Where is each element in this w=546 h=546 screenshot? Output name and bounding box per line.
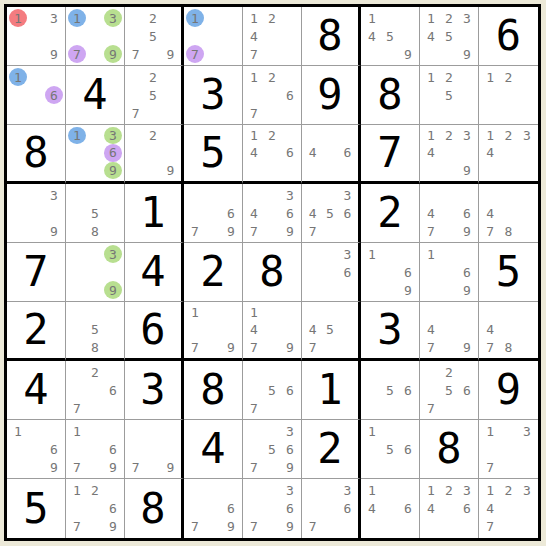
cell-r1c1[interactable]: 139 <box>7 7 66 66</box>
candidate-3 <box>104 304 122 321</box>
candidate-grid: 1369 <box>66 125 124 181</box>
candidate-grid: 267 <box>66 361 124 419</box>
candidate-9: 9 <box>104 518 122 536</box>
cell-r6c4[interactable]: 179 <box>184 302 243 361</box>
cell-r5c1[interactable]: 7 <box>7 243 66 302</box>
cell-r6c3[interactable]: 6 <box>125 302 184 361</box>
cell-r9c8[interactable]: 12346 <box>420 479 479 538</box>
candidate-6 <box>45 27 63 45</box>
candidate-1-highlight-blue: 1 <box>186 9 204 27</box>
candidate-3: 3 <box>45 9 63 27</box>
candidate-8 <box>499 518 517 536</box>
cell-r9c3[interactable]: 8 <box>125 479 184 538</box>
candidate-6: 6 <box>281 144 299 161</box>
cell-r2c5[interactable]: 1267 <box>243 66 302 125</box>
candidate-6: 6 <box>281 381 299 399</box>
candidate-grid: 39 <box>66 243 124 301</box>
candidate-5 <box>321 263 338 281</box>
candidate-7: 7 <box>245 399 263 417</box>
cell-r4c7[interactable]: 2 <box>361 184 420 243</box>
candidate-9: 9 <box>45 222 63 240</box>
cell-r6c2[interactable]: 58 <box>66 302 125 361</box>
cell-r9c5[interactable]: 3679 <box>243 479 302 538</box>
candidate-4 <box>186 321 204 338</box>
cell-r1c3[interactable]: 2579 <box>125 7 184 66</box>
cell-r7c6[interactable]: 1 <box>302 361 361 420</box>
candidate-5 <box>499 204 517 222</box>
candidate-6 <box>104 27 122 45</box>
candidate-5 <box>86 499 104 517</box>
candidate-4: 4 <box>481 144 499 161</box>
candidate-3: 3 <box>518 481 536 499</box>
cell-r8c3[interactable]: 79 <box>125 420 184 479</box>
cell-r2c6[interactable]: 9 <box>302 66 361 125</box>
candidate-9: 9 <box>399 281 417 299</box>
candidate-9: 9 <box>281 518 299 536</box>
candidate-5 <box>204 321 222 338</box>
candidate-8 <box>263 458 281 476</box>
cell-r3c6[interactable]: 46 <box>302 125 361 184</box>
candidate-4 <box>186 499 204 517</box>
candidate-grid: 1459 <box>361 7 419 65</box>
candidate-9 <box>518 518 536 536</box>
candidate-grid: 137 <box>479 420 538 478</box>
cell-r2c1[interactable]: 16 <box>7 66 66 125</box>
candidate-4: 4 <box>363 499 381 517</box>
candidate-4 <box>363 263 381 281</box>
candidate-9: 9 <box>222 222 240 240</box>
cell-r3c1[interactable]: 8 <box>7 125 66 184</box>
cell-r4c3[interactable]: 1 <box>125 184 184 243</box>
candidate-8 <box>86 45 104 63</box>
candidate-2 <box>86 245 104 263</box>
cell-r8c8[interactable]: 8 <box>420 420 479 479</box>
cell-r9c6[interactable]: 367 <box>302 479 361 538</box>
solved-digit: 8 <box>377 74 402 116</box>
candidate-5 <box>263 499 281 517</box>
candidate-6 <box>162 27 179 45</box>
candidate-4: 4 <box>245 27 263 45</box>
candidate-7: 7 <box>127 104 144 122</box>
cell-r6c9[interactable]: 478 <box>479 302 538 361</box>
candidate-8 <box>144 458 161 476</box>
candidate-7 <box>9 45 27 63</box>
candidate-1 <box>304 186 321 204</box>
cell-r8c4[interactable]: 4 <box>184 420 243 479</box>
candidate-5 <box>86 263 104 281</box>
solved-digit: 2 <box>377 192 402 234</box>
cell-r3c7[interactable]: 7 <box>361 125 420 184</box>
candidate-9: 9 <box>458 339 476 356</box>
cell-r1c2[interactable]: 1379 <box>66 7 125 66</box>
cell-r3c4[interactable]: 5 <box>184 125 243 184</box>
candidate-1: 1 <box>245 9 263 27</box>
cell-r4c9[interactable]: 478 <box>479 184 538 243</box>
cell-r8c2[interactable]: 1679 <box>66 420 125 479</box>
candidate-9 <box>281 45 299 63</box>
candidate-1: 1 <box>422 481 440 499</box>
candidate-5 <box>204 204 222 222</box>
candidate-5 <box>499 440 517 458</box>
cell-r3c2[interactable]: 1369 <box>66 125 125 184</box>
candidate-5 <box>144 144 161 161</box>
cell-r3c8[interactable]: 12349 <box>420 125 479 184</box>
candidate-2: 2 <box>144 127 161 144</box>
candidate-9 <box>104 222 122 240</box>
candidate-grid: 1679 <box>66 420 124 478</box>
candidate-2: 2 <box>440 481 458 499</box>
candidate-8 <box>440 104 458 122</box>
candidate-3 <box>458 68 476 86</box>
cell-r8c5[interactable]: 35679 <box>243 420 302 479</box>
candidate-4: 4 <box>245 204 263 222</box>
candidate-3 <box>458 363 476 381</box>
candidate-6 <box>518 321 536 338</box>
candidate-4 <box>68 263 86 281</box>
candidate-grid: 679 <box>184 184 242 242</box>
candidate-7 <box>363 45 381 63</box>
cell-r1c8[interactable]: 123459 <box>420 7 479 66</box>
candidate-1 <box>68 186 86 204</box>
solved-digit: 9 <box>496 369 521 411</box>
cell-r2c8[interactable]: 125 <box>420 66 479 125</box>
cell-r5c5[interactable]: 8 <box>243 243 302 302</box>
candidate-3 <box>399 9 417 27</box>
candidate-4 <box>68 321 86 338</box>
candidate-grid: 169 <box>420 243 478 301</box>
candidate-9 <box>399 518 417 536</box>
candidate-7: 7 <box>127 458 144 476</box>
candidate-2: 2 <box>499 127 517 144</box>
cell-r1c4[interactable]: 17 <box>184 7 243 66</box>
candidate-grid: 56 <box>361 361 419 419</box>
candidate-4 <box>422 86 440 104</box>
candidate-9: 9 <box>45 458 63 476</box>
candidate-3 <box>339 304 356 321</box>
candidate-2 <box>440 245 458 263</box>
candidate-9-highlight-green: 9 <box>104 281 122 299</box>
cell-r6c7[interactable]: 3 <box>361 302 420 361</box>
candidate-3 <box>222 9 240 27</box>
cell-r5c2[interactable]: 39 <box>66 243 125 302</box>
candidate-6 <box>518 204 536 222</box>
candidate-8 <box>440 399 458 417</box>
candidate-6 <box>281 321 299 338</box>
candidate-grid: 36 <box>302 243 358 301</box>
candidate-7: 7 <box>245 104 263 122</box>
candidate-5 <box>86 440 104 458</box>
candidate-7 <box>363 518 381 536</box>
cell-r8c1[interactable]: 169 <box>7 420 66 479</box>
cell-r9c2[interactable]: 12679 <box>66 479 125 538</box>
candidate-2 <box>499 186 517 204</box>
candidate-7: 7 <box>245 222 263 240</box>
candidate-7: 7 <box>304 518 321 536</box>
candidate-3 <box>518 186 536 204</box>
solved-digit: 5 <box>23 488 48 530</box>
candidate-9: 9 <box>458 162 476 179</box>
candidate-4 <box>68 381 86 399</box>
cell-r4c2[interactable]: 58 <box>66 184 125 243</box>
cell-r8c6[interactable]: 2 <box>302 420 361 479</box>
candidate-7: 7 <box>68 399 86 417</box>
candidate-5 <box>27 27 45 45</box>
cell-r7c7[interactable]: 56 <box>361 361 420 420</box>
cell-r6c6[interactable]: 457 <box>302 302 361 361</box>
cell-r7c9[interactable]: 9 <box>479 361 538 420</box>
candidate-3: 3 <box>458 481 476 499</box>
candidate-8 <box>27 104 45 122</box>
cell-r8c7[interactable]: 156 <box>361 420 420 479</box>
candidate-4 <box>186 27 204 45</box>
candidate-6: 6 <box>399 440 417 458</box>
candidate-4 <box>422 381 440 399</box>
candidate-5 <box>263 204 281 222</box>
candidate-1: 1 <box>245 68 263 86</box>
cell-r5c8[interactable]: 169 <box>420 243 479 302</box>
cell-r4c4[interactable]: 679 <box>184 184 243 243</box>
candidate-5 <box>499 321 517 338</box>
candidate-9 <box>104 399 122 417</box>
solved-digit: 4 <box>200 428 225 470</box>
candidate-3: 3 <box>339 186 356 204</box>
candidate-3 <box>104 481 122 499</box>
candidate-grid: 478 <box>479 184 538 242</box>
cell-r9c9[interactable]: 12347 <box>479 479 538 538</box>
candidate-5: 5 <box>321 321 338 338</box>
candidate-1 <box>186 186 204 204</box>
cell-r7c1[interactable]: 4 <box>7 361 66 420</box>
candidate-3 <box>518 68 536 86</box>
solved-digit: 7 <box>377 132 402 174</box>
solved-digit: 4 <box>82 74 107 116</box>
candidate-1 <box>481 304 499 321</box>
cell-r7c3[interactable]: 3 <box>125 361 184 420</box>
cell-r5c9[interactable]: 5 <box>479 243 538 302</box>
cell-r9c7[interactable]: 146 <box>361 479 420 538</box>
cell-r2c4[interactable]: 3 <box>184 66 243 125</box>
cell-r5c3[interactable]: 4 <box>125 243 184 302</box>
candidate-1: 1 <box>68 481 86 499</box>
candidate-grid: 567 <box>243 361 301 419</box>
candidate-grid: 58 <box>66 184 124 242</box>
candidate-9 <box>104 339 122 356</box>
candidate-6 <box>281 27 299 45</box>
candidate-5: 5 <box>263 440 281 458</box>
candidate-grid: 17 <box>184 7 242 65</box>
cell-r4c5[interactable]: 34679 <box>243 184 302 243</box>
candidate-3: 3 <box>518 422 536 440</box>
candidate-7: 7 <box>68 458 86 476</box>
candidate-grid: 139 <box>7 7 65 65</box>
candidate-6: 6 <box>104 499 122 517</box>
candidate-6 <box>518 144 536 161</box>
candidate-7: 7 <box>422 399 440 417</box>
cell-r9c1[interactable]: 5 <box>7 479 66 538</box>
cell-r5c7[interactable]: 169 <box>361 243 420 302</box>
cell-r6c1[interactable]: 2 <box>7 302 66 361</box>
cell-r9c4[interactable]: 679 <box>184 479 243 538</box>
candidate-2: 2 <box>263 127 281 144</box>
candidate-6 <box>518 499 536 517</box>
candidate-2 <box>321 245 338 263</box>
candidate-5 <box>440 144 458 161</box>
candidate-9: 9 <box>458 45 476 63</box>
candidate-1 <box>245 363 263 381</box>
candidate-3 <box>104 422 122 440</box>
candidate-2: 2 <box>499 68 517 86</box>
candidate-7 <box>9 222 27 240</box>
candidate-5 <box>144 440 161 458</box>
candidate-1 <box>68 363 86 381</box>
candidate-3: 3 <box>339 245 356 263</box>
candidate-2 <box>263 304 281 321</box>
cell-r8c9[interactable]: 137 <box>479 420 538 479</box>
cell-r2c3[interactable]: 257 <box>125 66 184 125</box>
candidate-8 <box>27 45 45 63</box>
candidate-grid: 16 <box>7 66 65 124</box>
candidate-9 <box>458 518 476 536</box>
candidate-9 <box>518 339 536 356</box>
candidate-5 <box>499 144 517 161</box>
candidate-7 <box>68 281 86 299</box>
cell-r6c5[interactable]: 1479 <box>243 302 302 361</box>
candidate-6-highlight-purple: 6 <box>104 144 122 161</box>
candidate-grid: 125 <box>420 66 478 124</box>
candidate-2 <box>204 304 222 321</box>
candidate-4 <box>68 204 86 222</box>
candidate-3: 3 <box>458 9 476 27</box>
candidate-3 <box>339 127 356 144</box>
cell-r6c8[interactable]: 479 <box>420 302 479 361</box>
candidate-9: 9 <box>399 45 417 63</box>
candidate-6: 6 <box>222 499 240 517</box>
cell-r2c9[interactable]: 12 <box>479 66 538 125</box>
cell-r3c3[interactable]: 29 <box>125 125 184 184</box>
candidate-9: 9 <box>458 222 476 240</box>
candidate-7: 7 <box>68 518 86 536</box>
candidate-4 <box>127 86 144 104</box>
candidate-2 <box>321 304 338 321</box>
cell-r5c6[interactable]: 36 <box>302 243 361 302</box>
candidate-9 <box>281 162 299 179</box>
cell-r1c5[interactable]: 1247 <box>243 7 302 66</box>
cell-r4c6[interactable]: 34567 <box>302 184 361 243</box>
solved-digit: 5 <box>496 251 521 293</box>
candidate-8 <box>204 222 222 240</box>
candidate-1 <box>186 481 204 499</box>
candidate-6: 6 <box>104 381 122 399</box>
candidate-4: 4 <box>422 499 440 517</box>
candidate-1-highlight-blue: 1 <box>68 127 86 144</box>
candidate-3 <box>518 304 536 321</box>
candidate-5 <box>86 27 104 45</box>
solved-digit: 7 <box>23 251 48 293</box>
candidate-4 <box>68 499 86 517</box>
cell-r7c2[interactable]: 267 <box>66 361 125 420</box>
candidate-7 <box>422 104 440 122</box>
candidate-5: 5 <box>86 204 104 222</box>
cell-r3c9[interactable]: 1234 <box>479 125 538 184</box>
candidate-5 <box>263 86 281 104</box>
candidate-7-highlight-purple: 7 <box>186 45 204 63</box>
candidate-6: 6 <box>45 440 63 458</box>
candidate-9: 9 <box>162 458 179 476</box>
candidate-7 <box>422 162 440 179</box>
candidate-1 <box>481 186 499 204</box>
cell-r4c1[interactable]: 39 <box>7 184 66 243</box>
candidate-6 <box>104 263 122 281</box>
candidate-3 <box>399 245 417 263</box>
candidate-5: 5 <box>263 381 281 399</box>
candidate-8 <box>499 104 517 122</box>
candidate-5: 5 <box>440 27 458 45</box>
candidate-2 <box>381 422 399 440</box>
candidate-8 <box>86 399 104 417</box>
candidate-2: 2 <box>86 481 104 499</box>
cell-r3c5[interactable]: 1246 <box>243 125 302 184</box>
candidate-1: 1 <box>363 422 381 440</box>
candidate-2 <box>27 68 45 86</box>
candidate-3 <box>281 127 299 144</box>
cell-r1c7[interactable]: 1459 <box>361 7 420 66</box>
candidate-1 <box>127 127 144 144</box>
candidate-grid: 35679 <box>243 420 301 478</box>
candidate-2 <box>86 9 104 27</box>
solved-digit: 8 <box>140 488 165 530</box>
candidate-3 <box>162 68 179 86</box>
cell-r2c7[interactable]: 8 <box>361 66 420 125</box>
candidate-7: 7 <box>304 222 321 240</box>
candidate-6 <box>399 27 417 45</box>
cell-r7c5[interactable]: 567 <box>243 361 302 420</box>
candidate-6: 6 <box>458 381 476 399</box>
candidate-6 <box>458 27 476 45</box>
candidate-1: 1 <box>422 127 440 144</box>
candidate-2 <box>263 363 281 381</box>
candidate-7: 7 <box>481 458 499 476</box>
cell-r7c8[interactable]: 2567 <box>420 361 479 420</box>
cell-r1c9[interactable]: 6 <box>479 7 538 66</box>
candidate-6: 6 <box>399 263 417 281</box>
candidate-5: 5 <box>381 27 399 45</box>
candidate-9 <box>339 339 356 356</box>
candidate-grid: 1267 <box>243 66 301 124</box>
solved-digit: 8 <box>259 251 284 293</box>
candidate-3-highlight-green: 3 <box>104 127 122 144</box>
cell-r4c8[interactable]: 4679 <box>420 184 479 243</box>
candidate-8 <box>27 458 45 476</box>
candidate-8: 8 <box>499 339 517 356</box>
candidate-5 <box>86 144 104 161</box>
candidate-5 <box>381 263 399 281</box>
candidate-3 <box>281 9 299 27</box>
candidate-2: 2 <box>440 68 458 86</box>
candidate-6 <box>222 27 240 45</box>
candidate-grid: 12349 <box>420 125 478 181</box>
candidate-4 <box>245 499 263 517</box>
candidate-3 <box>399 363 417 381</box>
cell-r2c2[interactable]: 4 <box>66 66 125 125</box>
candidate-6 <box>162 86 179 104</box>
candidate-7 <box>304 281 321 299</box>
candidate-3 <box>162 422 179 440</box>
cell-r5c4[interactable]: 2 <box>184 243 243 302</box>
candidate-grid: 156 <box>361 420 419 478</box>
candidate-7: 7 <box>304 339 321 356</box>
cell-r7c4[interactable]: 8 <box>184 361 243 420</box>
cell-r1c6[interactable]: 8 <box>302 7 361 66</box>
